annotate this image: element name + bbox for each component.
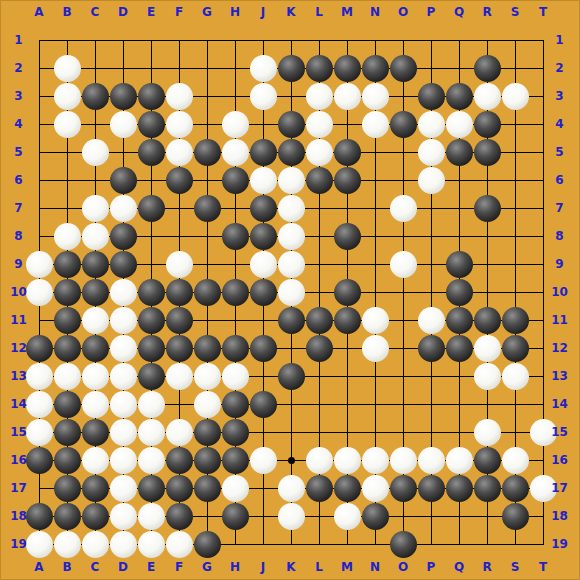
intersection-G3[interactable] bbox=[193, 82, 221, 110]
intersection-B2[interactable] bbox=[53, 54, 81, 82]
intersection-B11[interactable] bbox=[53, 306, 81, 334]
intersection-K19[interactable] bbox=[277, 530, 305, 558]
intersection-Q11[interactable] bbox=[445, 306, 473, 334]
intersection-E18[interactable] bbox=[137, 502, 165, 530]
intersection-E3[interactable] bbox=[137, 82, 165, 110]
intersection-F19[interactable] bbox=[165, 530, 193, 558]
intersection-N2[interactable] bbox=[361, 54, 389, 82]
intersection-B13[interactable] bbox=[53, 362, 81, 390]
intersection-N1[interactable] bbox=[361, 26, 389, 54]
intersection-N19[interactable] bbox=[361, 530, 389, 558]
intersection-G6[interactable] bbox=[193, 166, 221, 194]
intersection-S15[interactable] bbox=[501, 418, 529, 446]
intersection-C17[interactable] bbox=[81, 474, 109, 502]
intersection-G11[interactable] bbox=[193, 306, 221, 334]
intersection-L14[interactable] bbox=[305, 390, 333, 418]
intersection-C8[interactable] bbox=[81, 222, 109, 250]
intersection-M5[interactable] bbox=[333, 138, 361, 166]
intersection-E12[interactable] bbox=[137, 334, 165, 362]
intersection-C10[interactable] bbox=[81, 278, 109, 306]
intersection-Q10[interactable] bbox=[445, 278, 473, 306]
intersection-L4[interactable] bbox=[305, 110, 333, 138]
intersection-M10[interactable] bbox=[333, 278, 361, 306]
intersection-O16[interactable] bbox=[389, 446, 417, 474]
intersection-D7[interactable] bbox=[109, 194, 137, 222]
intersection-S12[interactable] bbox=[501, 334, 529, 362]
intersection-K6[interactable] bbox=[277, 166, 305, 194]
intersection-J3[interactable] bbox=[249, 82, 277, 110]
intersection-G7[interactable] bbox=[193, 194, 221, 222]
intersection-P18[interactable] bbox=[417, 502, 445, 530]
intersection-B8[interactable] bbox=[53, 222, 81, 250]
intersection-N3[interactable] bbox=[361, 82, 389, 110]
intersection-R7[interactable] bbox=[473, 194, 501, 222]
intersection-K11[interactable] bbox=[277, 306, 305, 334]
intersection-M8[interactable] bbox=[333, 222, 361, 250]
intersection-P14[interactable] bbox=[417, 390, 445, 418]
intersection-J6[interactable] bbox=[249, 166, 277, 194]
intersection-R6[interactable] bbox=[473, 166, 501, 194]
intersection-O9[interactable] bbox=[389, 250, 417, 278]
intersection-P19[interactable] bbox=[417, 530, 445, 558]
intersection-F4[interactable] bbox=[165, 110, 193, 138]
intersection-O11[interactable] bbox=[389, 306, 417, 334]
intersection-L2[interactable] bbox=[305, 54, 333, 82]
intersection-B19[interactable] bbox=[53, 530, 81, 558]
intersection-J16[interactable] bbox=[249, 446, 277, 474]
intersection-K1[interactable] bbox=[277, 26, 305, 54]
intersection-B1[interactable] bbox=[53, 26, 81, 54]
intersection-O17[interactable] bbox=[389, 474, 417, 502]
intersection-E8[interactable] bbox=[137, 222, 165, 250]
intersection-K15[interactable] bbox=[277, 418, 305, 446]
intersection-B18[interactable] bbox=[53, 502, 81, 530]
intersection-R10[interactable] bbox=[473, 278, 501, 306]
intersection-G4[interactable] bbox=[193, 110, 221, 138]
intersection-C5[interactable] bbox=[81, 138, 109, 166]
intersection-N6[interactable] bbox=[361, 166, 389, 194]
intersection-E4[interactable] bbox=[137, 110, 165, 138]
intersection-S8[interactable] bbox=[501, 222, 529, 250]
intersection-J19[interactable] bbox=[249, 530, 277, 558]
intersection-K8[interactable] bbox=[277, 222, 305, 250]
intersection-E6[interactable] bbox=[137, 166, 165, 194]
intersection-L7[interactable] bbox=[305, 194, 333, 222]
intersection-R18[interactable] bbox=[473, 502, 501, 530]
intersection-R16[interactable] bbox=[473, 446, 501, 474]
intersection-Q4[interactable] bbox=[445, 110, 473, 138]
intersection-H17[interactable] bbox=[221, 474, 249, 502]
intersection-B16[interactable] bbox=[53, 446, 81, 474]
intersection-H4[interactable] bbox=[221, 110, 249, 138]
intersection-R13[interactable] bbox=[473, 362, 501, 390]
intersection-Q18[interactable] bbox=[445, 502, 473, 530]
intersection-D2[interactable] bbox=[109, 54, 137, 82]
intersection-L10[interactable] bbox=[305, 278, 333, 306]
intersection-P17[interactable] bbox=[417, 474, 445, 502]
intersection-F18[interactable] bbox=[165, 502, 193, 530]
intersection-L13[interactable] bbox=[305, 362, 333, 390]
intersection-Q1[interactable] bbox=[445, 26, 473, 54]
intersection-G17[interactable] bbox=[193, 474, 221, 502]
intersection-O7[interactable] bbox=[389, 194, 417, 222]
intersection-C15[interactable] bbox=[81, 418, 109, 446]
intersection-F14[interactable] bbox=[165, 390, 193, 418]
intersection-E9[interactable] bbox=[137, 250, 165, 278]
intersection-M16[interactable] bbox=[333, 446, 361, 474]
intersection-J4[interactable] bbox=[249, 110, 277, 138]
intersection-D16[interactable] bbox=[109, 446, 137, 474]
intersection-C7[interactable] bbox=[81, 194, 109, 222]
intersection-E13[interactable] bbox=[137, 362, 165, 390]
intersection-H13[interactable] bbox=[221, 362, 249, 390]
intersection-B12[interactable] bbox=[53, 334, 81, 362]
intersection-N11[interactable] bbox=[361, 306, 389, 334]
intersection-Q13[interactable] bbox=[445, 362, 473, 390]
intersection-M2[interactable] bbox=[333, 54, 361, 82]
intersection-E10[interactable] bbox=[137, 278, 165, 306]
intersection-O18[interactable] bbox=[389, 502, 417, 530]
intersection-F10[interactable] bbox=[165, 278, 193, 306]
intersection-O4[interactable] bbox=[389, 110, 417, 138]
intersection-N17[interactable] bbox=[361, 474, 389, 502]
intersection-P13[interactable] bbox=[417, 362, 445, 390]
intersection-N15[interactable] bbox=[361, 418, 389, 446]
intersection-N12[interactable] bbox=[361, 334, 389, 362]
intersection-M3[interactable] bbox=[333, 82, 361, 110]
intersection-J7[interactable] bbox=[249, 194, 277, 222]
intersection-P4[interactable] bbox=[417, 110, 445, 138]
intersection-Q15[interactable] bbox=[445, 418, 473, 446]
intersection-Q8[interactable] bbox=[445, 222, 473, 250]
intersection-B17[interactable] bbox=[53, 474, 81, 502]
intersection-H6[interactable] bbox=[221, 166, 249, 194]
intersection-E5[interactable] bbox=[137, 138, 165, 166]
intersection-C16[interactable] bbox=[81, 446, 109, 474]
intersection-M13[interactable] bbox=[333, 362, 361, 390]
intersection-B3[interactable] bbox=[53, 82, 81, 110]
intersection-K9[interactable] bbox=[277, 250, 305, 278]
intersection-D13[interactable] bbox=[109, 362, 137, 390]
intersection-J2[interactable] bbox=[249, 54, 277, 82]
intersection-M12[interactable] bbox=[333, 334, 361, 362]
intersection-K10[interactable] bbox=[277, 278, 305, 306]
intersection-P6[interactable] bbox=[417, 166, 445, 194]
intersection-D5[interactable] bbox=[109, 138, 137, 166]
intersection-L16[interactable] bbox=[305, 446, 333, 474]
intersection-N13[interactable] bbox=[361, 362, 389, 390]
intersection-F5[interactable] bbox=[165, 138, 193, 166]
intersection-P3[interactable] bbox=[417, 82, 445, 110]
intersection-Q6[interactable] bbox=[445, 166, 473, 194]
intersection-K7[interactable] bbox=[277, 194, 305, 222]
intersection-F15[interactable] bbox=[165, 418, 193, 446]
intersection-S10[interactable] bbox=[501, 278, 529, 306]
intersection-E2[interactable] bbox=[137, 54, 165, 82]
intersection-K13[interactable] bbox=[277, 362, 305, 390]
intersection-O3[interactable] bbox=[389, 82, 417, 110]
intersection-S14[interactable] bbox=[501, 390, 529, 418]
intersection-Q16[interactable] bbox=[445, 446, 473, 474]
intersection-C13[interactable] bbox=[81, 362, 109, 390]
intersection-F3[interactable] bbox=[165, 82, 193, 110]
intersection-L5[interactable] bbox=[305, 138, 333, 166]
intersection-S17[interactable] bbox=[501, 474, 529, 502]
intersection-R4[interactable] bbox=[473, 110, 501, 138]
intersection-N14[interactable] bbox=[361, 390, 389, 418]
intersection-Q9[interactable] bbox=[445, 250, 473, 278]
intersection-N8[interactable] bbox=[361, 222, 389, 250]
intersection-D17[interactable] bbox=[109, 474, 137, 502]
intersection-G12[interactable] bbox=[193, 334, 221, 362]
intersection-O6[interactable] bbox=[389, 166, 417, 194]
intersection-F11[interactable] bbox=[165, 306, 193, 334]
intersection-K12[interactable] bbox=[277, 334, 305, 362]
intersection-Q5[interactable] bbox=[445, 138, 473, 166]
intersection-N4[interactable] bbox=[361, 110, 389, 138]
intersection-L19[interactable] bbox=[305, 530, 333, 558]
intersection-G1[interactable] bbox=[193, 26, 221, 54]
intersection-F12[interactable] bbox=[165, 334, 193, 362]
intersection-D6[interactable] bbox=[109, 166, 137, 194]
intersection-J1[interactable] bbox=[249, 26, 277, 54]
intersection-L1[interactable] bbox=[305, 26, 333, 54]
intersection-S6[interactable] bbox=[501, 166, 529, 194]
intersection-G13[interactable] bbox=[193, 362, 221, 390]
intersection-O1[interactable] bbox=[389, 26, 417, 54]
intersection-S19[interactable] bbox=[501, 530, 529, 558]
intersection-J9[interactable] bbox=[249, 250, 277, 278]
intersection-Q12[interactable] bbox=[445, 334, 473, 362]
intersection-L17[interactable] bbox=[305, 474, 333, 502]
intersection-N7[interactable] bbox=[361, 194, 389, 222]
intersection-D8[interactable] bbox=[109, 222, 137, 250]
intersection-P9[interactable] bbox=[417, 250, 445, 278]
intersection-O12[interactable] bbox=[389, 334, 417, 362]
intersection-H10[interactable] bbox=[221, 278, 249, 306]
intersection-D9[interactable] bbox=[109, 250, 137, 278]
intersection-S9[interactable] bbox=[501, 250, 529, 278]
intersection-R11[interactable] bbox=[473, 306, 501, 334]
intersection-E19[interactable] bbox=[137, 530, 165, 558]
intersection-P15[interactable] bbox=[417, 418, 445, 446]
intersection-B15[interactable] bbox=[53, 418, 81, 446]
intersection-C1[interactable] bbox=[81, 26, 109, 54]
intersection-F9[interactable] bbox=[165, 250, 193, 278]
intersection-L8[interactable] bbox=[305, 222, 333, 250]
intersection-S13[interactable] bbox=[501, 362, 529, 390]
intersection-R14[interactable] bbox=[473, 390, 501, 418]
intersection-L11[interactable] bbox=[305, 306, 333, 334]
intersection-F2[interactable] bbox=[165, 54, 193, 82]
intersection-D12[interactable] bbox=[109, 334, 137, 362]
intersection-R19[interactable] bbox=[473, 530, 501, 558]
intersection-E15[interactable] bbox=[137, 418, 165, 446]
intersection-H11[interactable] bbox=[221, 306, 249, 334]
intersection-J15[interactable] bbox=[249, 418, 277, 446]
intersection-M7[interactable] bbox=[333, 194, 361, 222]
intersection-K3[interactable] bbox=[277, 82, 305, 110]
intersection-P16[interactable] bbox=[417, 446, 445, 474]
intersection-G16[interactable] bbox=[193, 446, 221, 474]
intersection-P11[interactable] bbox=[417, 306, 445, 334]
intersection-J8[interactable] bbox=[249, 222, 277, 250]
intersection-R9[interactable] bbox=[473, 250, 501, 278]
intersection-M4[interactable] bbox=[333, 110, 361, 138]
intersection-O10[interactable] bbox=[389, 278, 417, 306]
intersection-M19[interactable] bbox=[333, 530, 361, 558]
intersection-Q14[interactable] bbox=[445, 390, 473, 418]
intersection-O14[interactable] bbox=[389, 390, 417, 418]
intersection-M11[interactable] bbox=[333, 306, 361, 334]
intersection-M15[interactable] bbox=[333, 418, 361, 446]
intersection-S4[interactable] bbox=[501, 110, 529, 138]
intersection-F6[interactable] bbox=[165, 166, 193, 194]
intersection-B10[interactable] bbox=[53, 278, 81, 306]
intersection-B7[interactable] bbox=[53, 194, 81, 222]
intersection-R15[interactable] bbox=[473, 418, 501, 446]
intersection-C6[interactable] bbox=[81, 166, 109, 194]
intersection-S1[interactable] bbox=[501, 26, 529, 54]
intersection-N10[interactable] bbox=[361, 278, 389, 306]
intersection-Q3[interactable] bbox=[445, 82, 473, 110]
intersection-K16[interactable] bbox=[277, 446, 305, 474]
intersection-K17[interactable] bbox=[277, 474, 305, 502]
intersection-P12[interactable] bbox=[417, 334, 445, 362]
intersection-H3[interactable] bbox=[221, 82, 249, 110]
intersection-B4[interactable] bbox=[53, 110, 81, 138]
intersection-C19[interactable] bbox=[81, 530, 109, 558]
intersection-J17[interactable] bbox=[249, 474, 277, 502]
intersection-Q7[interactable] bbox=[445, 194, 473, 222]
intersection-R5[interactable] bbox=[473, 138, 501, 166]
intersection-S18[interactable] bbox=[501, 502, 529, 530]
intersection-H19[interactable] bbox=[221, 530, 249, 558]
intersection-O5[interactable] bbox=[389, 138, 417, 166]
intersection-H16[interactable] bbox=[221, 446, 249, 474]
intersection-H1[interactable] bbox=[221, 26, 249, 54]
intersection-R12[interactable] bbox=[473, 334, 501, 362]
intersection-H14[interactable] bbox=[221, 390, 249, 418]
intersection-D4[interactable] bbox=[109, 110, 137, 138]
intersection-M1[interactable] bbox=[333, 26, 361, 54]
intersection-N5[interactable] bbox=[361, 138, 389, 166]
intersection-F17[interactable] bbox=[165, 474, 193, 502]
intersection-H5[interactable] bbox=[221, 138, 249, 166]
intersection-G18[interactable] bbox=[193, 502, 221, 530]
intersection-D19[interactable] bbox=[109, 530, 137, 558]
intersection-K18[interactable] bbox=[277, 502, 305, 530]
intersection-L9[interactable] bbox=[305, 250, 333, 278]
intersection-F7[interactable] bbox=[165, 194, 193, 222]
intersection-C9[interactable] bbox=[81, 250, 109, 278]
intersection-P1[interactable] bbox=[417, 26, 445, 54]
intersection-J10[interactable] bbox=[249, 278, 277, 306]
intersection-P7[interactable] bbox=[417, 194, 445, 222]
intersection-F8[interactable] bbox=[165, 222, 193, 250]
intersection-E11[interactable] bbox=[137, 306, 165, 334]
intersection-K5[interactable] bbox=[277, 138, 305, 166]
intersection-L18[interactable] bbox=[305, 502, 333, 530]
intersection-J14[interactable] bbox=[249, 390, 277, 418]
intersection-B6[interactable] bbox=[53, 166, 81, 194]
intersection-O19[interactable] bbox=[389, 530, 417, 558]
intersection-R2[interactable] bbox=[473, 54, 501, 82]
intersection-M18[interactable] bbox=[333, 502, 361, 530]
intersection-K4[interactable] bbox=[277, 110, 305, 138]
intersection-N18[interactable] bbox=[361, 502, 389, 530]
intersection-R8[interactable] bbox=[473, 222, 501, 250]
intersection-E14[interactable] bbox=[137, 390, 165, 418]
intersection-H8[interactable] bbox=[221, 222, 249, 250]
intersection-S11[interactable] bbox=[501, 306, 529, 334]
intersection-P2[interactable] bbox=[417, 54, 445, 82]
intersection-E16[interactable] bbox=[137, 446, 165, 474]
intersection-B5[interactable] bbox=[53, 138, 81, 166]
intersection-J13[interactable] bbox=[249, 362, 277, 390]
intersection-N16[interactable] bbox=[361, 446, 389, 474]
intersection-M17[interactable] bbox=[333, 474, 361, 502]
intersection-R3[interactable] bbox=[473, 82, 501, 110]
intersection-G14[interactable] bbox=[193, 390, 221, 418]
intersection-R1[interactable] bbox=[473, 26, 501, 54]
intersection-M9[interactable] bbox=[333, 250, 361, 278]
intersection-C12[interactable] bbox=[81, 334, 109, 362]
intersection-D15[interactable] bbox=[109, 418, 137, 446]
intersection-H2[interactable] bbox=[221, 54, 249, 82]
intersection-C14[interactable] bbox=[81, 390, 109, 418]
intersection-J5[interactable] bbox=[249, 138, 277, 166]
intersection-S3[interactable] bbox=[501, 82, 529, 110]
intersection-S5[interactable] bbox=[501, 138, 529, 166]
intersection-P5[interactable] bbox=[417, 138, 445, 166]
intersection-N9[interactable] bbox=[361, 250, 389, 278]
intersection-P10[interactable] bbox=[417, 278, 445, 306]
intersection-J18[interactable] bbox=[249, 502, 277, 530]
intersection-H12[interactable] bbox=[221, 334, 249, 362]
intersection-H7[interactable] bbox=[221, 194, 249, 222]
intersection-Q2[interactable] bbox=[445, 54, 473, 82]
intersection-E7[interactable] bbox=[137, 194, 165, 222]
intersection-E1[interactable] bbox=[137, 26, 165, 54]
intersection-D11[interactable] bbox=[109, 306, 137, 334]
intersection-R17[interactable] bbox=[473, 474, 501, 502]
intersection-O2[interactable] bbox=[389, 54, 417, 82]
intersection-G10[interactable] bbox=[193, 278, 221, 306]
intersection-L3[interactable] bbox=[305, 82, 333, 110]
intersection-L12[interactable] bbox=[305, 334, 333, 362]
intersection-F16[interactable] bbox=[165, 446, 193, 474]
intersection-O15[interactable] bbox=[389, 418, 417, 446]
intersection-H18[interactable] bbox=[221, 502, 249, 530]
intersection-G2[interactable] bbox=[193, 54, 221, 82]
intersection-L6[interactable] bbox=[305, 166, 333, 194]
intersection-E17[interactable] bbox=[137, 474, 165, 502]
intersection-P8[interactable] bbox=[417, 222, 445, 250]
intersection-C18[interactable] bbox=[81, 502, 109, 530]
intersection-K2[interactable] bbox=[277, 54, 305, 82]
intersection-C2[interactable] bbox=[81, 54, 109, 82]
intersection-C11[interactable] bbox=[81, 306, 109, 334]
intersection-B14[interactable] bbox=[53, 390, 81, 418]
intersection-D3[interactable] bbox=[109, 82, 137, 110]
intersection-H15[interactable] bbox=[221, 418, 249, 446]
intersection-J11[interactable] bbox=[249, 306, 277, 334]
intersection-G5[interactable] bbox=[193, 138, 221, 166]
intersection-H9[interactable] bbox=[221, 250, 249, 278]
intersection-J12[interactable] bbox=[249, 334, 277, 362]
intersection-Q19[interactable] bbox=[445, 530, 473, 558]
